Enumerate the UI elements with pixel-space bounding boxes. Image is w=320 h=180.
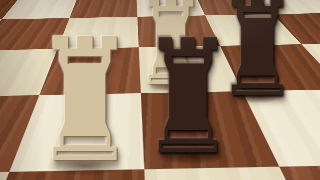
white-rook-near: ♜ xyxy=(35,16,136,180)
chessboard-photo: ♜ ♜ ♜ ♜ xyxy=(0,0,320,180)
black-rook-center: ♜ xyxy=(142,19,235,176)
board-square xyxy=(279,164,320,180)
